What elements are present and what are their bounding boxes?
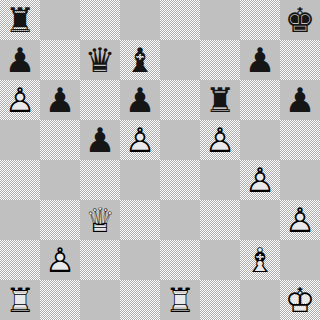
square-a5[interactable]	[0, 120, 40, 160]
square-a8[interactable]: ♜	[0, 0, 40, 40]
square-a1[interactable]: ♜♖	[0, 280, 40, 320]
piece-white-pawn[interactable]: ♟♙	[40, 240, 80, 280]
square-c1[interactable]	[80, 280, 120, 320]
square-e8[interactable]	[160, 0, 200, 40]
square-h3[interactable]: ♟♙	[280, 200, 320, 240]
square-d3[interactable]	[120, 200, 160, 240]
square-c5[interactable]: ♟	[80, 120, 120, 160]
square-d8[interactable]	[120, 0, 160, 40]
square-b3[interactable]	[40, 200, 80, 240]
square-a7[interactable]: ♟	[0, 40, 40, 80]
square-e3[interactable]	[160, 200, 200, 240]
piece-white-pawn[interactable]: ♟♙	[0, 80, 40, 120]
square-g1[interactable]	[240, 280, 280, 320]
square-f3[interactable]	[200, 200, 240, 240]
square-b4[interactable]	[40, 160, 80, 200]
piece-white-queen[interactable]: ♛♕	[80, 200, 120, 240]
square-h8[interactable]: ♚	[280, 0, 320, 40]
square-f1[interactable]	[200, 280, 240, 320]
piece-white-rook[interactable]: ♜♖	[0, 280, 40, 320]
chess-board: ♜♚♟♛♝♟♟♙♟♟♜♟♟♟♙♟♙♟♙♛♕♟♙♟♙♝♗♜♖♜♖♚♔	[0, 0, 320, 320]
piece-outline-layer: ♕	[80, 200, 120, 240]
piece-outline-layer: ♔	[280, 280, 320, 320]
square-b6[interactable]: ♟	[40, 80, 80, 120]
square-e2[interactable]	[160, 240, 200, 280]
piece-black-king[interactable]: ♚	[280, 0, 320, 40]
piece-white-pawn[interactable]: ♟♙	[120, 120, 160, 160]
square-f2[interactable]	[200, 240, 240, 280]
square-h5[interactable]	[280, 120, 320, 160]
square-d5[interactable]: ♟♙	[120, 120, 160, 160]
square-c8[interactable]	[80, 0, 120, 40]
square-f6[interactable]: ♜	[200, 80, 240, 120]
piece-white-king[interactable]: ♚♔	[280, 280, 320, 320]
piece-black-rook[interactable]: ♜	[0, 0, 40, 40]
square-b1[interactable]	[40, 280, 80, 320]
piece-white-bishop[interactable]: ♝♗	[240, 240, 280, 280]
square-b8[interactable]	[40, 0, 80, 40]
piece-white-rook[interactable]: ♜♖	[160, 280, 200, 320]
square-a3[interactable]	[0, 200, 40, 240]
square-g7[interactable]: ♟	[240, 40, 280, 80]
square-g6[interactable]	[240, 80, 280, 120]
square-e1[interactable]: ♜♖	[160, 280, 200, 320]
piece-black-pawn[interactable]: ♟	[40, 80, 80, 120]
square-e7[interactable]	[160, 40, 200, 80]
square-g4[interactable]: ♟♙	[240, 160, 280, 200]
square-e4[interactable]	[160, 160, 200, 200]
square-d6[interactable]: ♟	[120, 80, 160, 120]
piece-white-pawn[interactable]: ♟♙	[280, 200, 320, 240]
piece-black-pawn[interactable]: ♟	[0, 40, 40, 80]
piece-outline-layer: ♖	[160, 280, 200, 320]
square-h4[interactable]	[280, 160, 320, 200]
square-c2[interactable]	[80, 240, 120, 280]
square-g3[interactable]	[240, 200, 280, 240]
piece-black-pawn[interactable]: ♟	[120, 80, 160, 120]
square-f5[interactable]: ♟♙	[200, 120, 240, 160]
piece-black-queen[interactable]: ♛	[80, 40, 120, 80]
square-f4[interactable]	[200, 160, 240, 200]
piece-black-bishop[interactable]: ♝	[120, 40, 160, 80]
piece-outline-layer: ♖	[0, 280, 40, 320]
square-b7[interactable]	[40, 40, 80, 80]
square-d4[interactable]	[120, 160, 160, 200]
square-f8[interactable]	[200, 0, 240, 40]
piece-outline-layer: ♗	[240, 240, 280, 280]
piece-black-pawn[interactable]: ♟	[240, 40, 280, 80]
square-a4[interactable]	[0, 160, 40, 200]
square-g5[interactable]	[240, 120, 280, 160]
piece-outline-layer: ♙	[280, 200, 320, 240]
square-b2[interactable]: ♟♙	[40, 240, 80, 280]
piece-outline-layer: ♙	[200, 120, 240, 160]
square-c6[interactable]	[80, 80, 120, 120]
piece-outline-layer: ♙	[0, 80, 40, 120]
piece-black-rook[interactable]: ♜	[200, 80, 240, 120]
square-d1[interactable]	[120, 280, 160, 320]
square-a2[interactable]	[0, 240, 40, 280]
square-e5[interactable]	[160, 120, 200, 160]
square-h6[interactable]: ♟	[280, 80, 320, 120]
square-c7[interactable]: ♛	[80, 40, 120, 80]
piece-white-pawn[interactable]: ♟♙	[200, 120, 240, 160]
square-f7[interactable]	[200, 40, 240, 80]
square-b5[interactable]	[40, 120, 80, 160]
piece-outline-layer: ♙	[40, 240, 80, 280]
square-c4[interactable]	[80, 160, 120, 200]
piece-black-pawn[interactable]: ♟	[80, 120, 120, 160]
piece-outline-layer: ♙	[120, 120, 160, 160]
square-h2[interactable]	[280, 240, 320, 280]
square-d2[interactable]	[120, 240, 160, 280]
square-g8[interactable]	[240, 0, 280, 40]
piece-white-pawn[interactable]: ♟♙	[240, 160, 280, 200]
square-c3[interactable]: ♛♕	[80, 200, 120, 240]
square-h1[interactable]: ♚♔	[280, 280, 320, 320]
piece-outline-layer: ♙	[240, 160, 280, 200]
square-g2[interactable]: ♝♗	[240, 240, 280, 280]
square-a6[interactable]: ♟♙	[0, 80, 40, 120]
square-e6[interactable]	[160, 80, 200, 120]
square-h7[interactable]	[280, 40, 320, 80]
square-d7[interactable]: ♝	[120, 40, 160, 80]
piece-black-pawn[interactable]: ♟	[280, 80, 320, 120]
